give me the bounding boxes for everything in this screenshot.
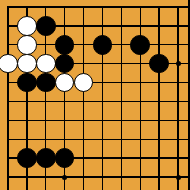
black-stone[interactable] [36, 16, 56, 36]
black-stone[interactable] [130, 35, 150, 55]
white-stone[interactable] [17, 35, 37, 55]
grid-line-horizontal [7, 176, 190, 177]
grid-line-horizontal [7, 101, 190, 102]
white-stone[interactable] [0, 54, 18, 74]
star-point [176, 175, 181, 180]
black-stone[interactable] [17, 148, 37, 168]
white-stone[interactable] [36, 54, 56, 74]
grid-line-horizontal [7, 139, 190, 140]
black-stone[interactable] [55, 35, 75, 55]
grid-line-vertical [121, 6, 122, 190]
grid-line-vertical [140, 6, 141, 190]
black-stone[interactable] [36, 73, 56, 93]
black-stone[interactable] [17, 73, 37, 93]
grid-line-vertical [102, 6, 103, 190]
white-stone[interactable] [17, 54, 37, 74]
white-stone[interactable] [17, 16, 37, 36]
star-point [176, 61, 181, 66]
grid-line-vertical [177, 6, 178, 190]
white-stone[interactable] [55, 73, 75, 93]
star-point [62, 175, 67, 180]
go-board[interactable] [0, 0, 190, 190]
black-stone[interactable] [149, 54, 169, 74]
grid-line-vertical [83, 6, 84, 190]
black-stone[interactable] [55, 148, 75, 168]
black-stone[interactable] [55, 54, 75, 74]
grid-line-vertical [158, 6, 159, 190]
board-top-border [7, 6, 190, 9]
board-left-border [7, 6, 10, 190]
black-stone[interactable] [93, 35, 113, 55]
black-stone[interactable] [36, 148, 56, 168]
right-edge-line [188, 0, 190, 190]
white-stone[interactable] [74, 73, 94, 93]
grid-line-horizontal [7, 120, 190, 121]
